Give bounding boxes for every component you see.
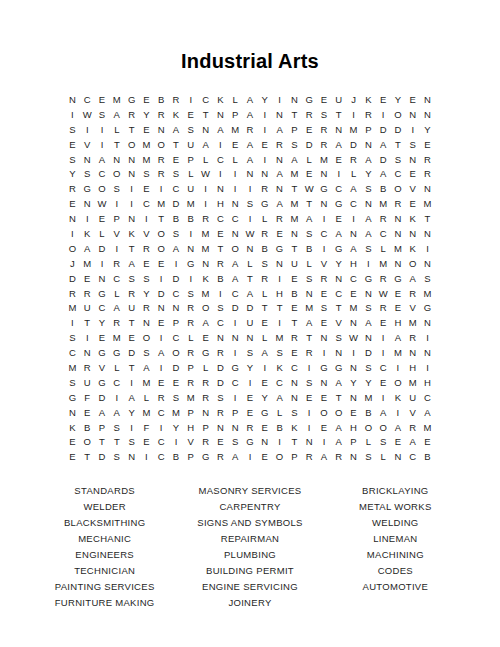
- grid-cell[interactable]: H: [391, 315, 406, 330]
- grid-cell[interactable]: R: [243, 420, 258, 435]
- grid-cell[interactable]: R: [183, 315, 198, 330]
- grid-cell[interactable]: P: [287, 122, 302, 137]
- grid-cell[interactable]: N: [272, 256, 287, 271]
- grid-cell[interactable]: L: [361, 434, 376, 449]
- grid-cell[interactable]: I: [65, 226, 80, 241]
- grid-cell[interactable]: V: [183, 434, 198, 449]
- grid-cell[interactable]: H: [213, 196, 228, 211]
- grid-cell[interactable]: A: [331, 434, 346, 449]
- grid-cell[interactable]: A: [213, 122, 228, 137]
- grid-cell[interactable]: R: [376, 211, 391, 226]
- grid-cell[interactable]: N: [420, 226, 435, 241]
- grid-cell[interactable]: S: [109, 449, 124, 464]
- grid-cell[interactable]: M: [376, 196, 391, 211]
- grid-cell[interactable]: N: [420, 345, 435, 360]
- grid-cell[interactable]: A: [376, 137, 391, 152]
- grid-cell[interactable]: R: [317, 122, 332, 137]
- grid-cell[interactable]: M: [169, 405, 184, 420]
- grid-cell[interactable]: R: [169, 92, 184, 107]
- grid-cell[interactable]: N: [331, 271, 346, 286]
- grid-cell[interactable]: Y: [124, 405, 139, 420]
- grid-cell[interactable]: A: [109, 405, 124, 420]
- grid-cell[interactable]: A: [272, 122, 287, 137]
- grid-cell[interactable]: L: [228, 92, 243, 107]
- grid-cell[interactable]: N: [317, 196, 332, 211]
- grid-cell[interactable]: K: [169, 107, 184, 122]
- grid-cell[interactable]: B: [420, 449, 435, 464]
- grid-cell[interactable]: E: [80, 271, 95, 286]
- grid-cell[interactable]: N: [346, 315, 361, 330]
- grid-cell[interactable]: I: [154, 271, 169, 286]
- grid-cell[interactable]: I: [243, 375, 258, 390]
- grid-cell[interactable]: K: [405, 241, 420, 256]
- grid-cell[interactable]: N: [361, 137, 376, 152]
- grid-cell[interactable]: A: [198, 137, 213, 152]
- grid-cell[interactable]: K: [198, 271, 213, 286]
- grid-cell[interactable]: N: [154, 122, 169, 137]
- grid-cell[interactable]: O: [124, 137, 139, 152]
- grid-cell[interactable]: A: [80, 241, 95, 256]
- grid-cell[interactable]: R: [272, 137, 287, 152]
- grid-cell[interactable]: E: [183, 107, 198, 122]
- grid-cell[interactable]: D: [169, 360, 184, 375]
- grid-cell[interactable]: T: [109, 137, 124, 152]
- grid-cell[interactable]: S: [331, 330, 346, 345]
- grid-cell[interactable]: T: [124, 360, 139, 375]
- grid-cell[interactable]: S: [169, 390, 184, 405]
- grid-cell[interactable]: C: [213, 152, 228, 167]
- grid-cell[interactable]: A: [243, 286, 258, 301]
- grid-cell[interactable]: S: [124, 434, 139, 449]
- grid-cell[interactable]: L: [257, 286, 272, 301]
- grid-cell[interactable]: A: [391, 330, 406, 345]
- grid-cell[interactable]: P: [183, 360, 198, 375]
- grid-cell[interactable]: I: [228, 166, 243, 181]
- grid-cell[interactable]: L: [198, 152, 213, 167]
- grid-cell[interactable]: G: [272, 241, 287, 256]
- grid-cell[interactable]: L: [243, 256, 258, 271]
- grid-cell[interactable]: D: [213, 375, 228, 390]
- grid-cell[interactable]: M: [183, 196, 198, 211]
- grid-cell[interactable]: C: [405, 449, 420, 464]
- grid-cell[interactable]: E: [287, 300, 302, 315]
- grid-cell[interactable]: I: [124, 196, 139, 211]
- grid-cell[interactable]: A: [109, 107, 124, 122]
- grid-cell[interactable]: E: [302, 390, 317, 405]
- grid-cell[interactable]: D: [169, 196, 184, 211]
- grid-cell[interactable]: R: [405, 286, 420, 301]
- grid-cell[interactable]: Y: [139, 107, 154, 122]
- grid-cell[interactable]: M: [420, 286, 435, 301]
- grid-cell[interactable]: C: [154, 449, 169, 464]
- grid-cell[interactable]: M: [80, 256, 95, 271]
- grid-cell[interactable]: S: [228, 434, 243, 449]
- grid-cell[interactable]: E: [302, 166, 317, 181]
- grid-cell[interactable]: Y: [257, 92, 272, 107]
- grid-cell[interactable]: N: [65, 92, 80, 107]
- grid-cell[interactable]: O: [154, 241, 169, 256]
- grid-cell[interactable]: R: [65, 181, 80, 196]
- grid-cell[interactable]: U: [331, 92, 346, 107]
- grid-cell[interactable]: O: [154, 226, 169, 241]
- grid-cell[interactable]: R: [376, 300, 391, 315]
- grid-cell[interactable]: M: [198, 241, 213, 256]
- grid-cell[interactable]: I: [198, 196, 213, 211]
- grid-cell[interactable]: L: [376, 241, 391, 256]
- grid-cell[interactable]: A: [228, 449, 243, 464]
- grid-cell[interactable]: P: [183, 405, 198, 420]
- grid-cell[interactable]: N: [331, 122, 346, 137]
- grid-cell[interactable]: B: [213, 271, 228, 286]
- grid-cell[interactable]: I: [420, 360, 435, 375]
- grid-cell[interactable]: G: [257, 196, 272, 211]
- grid-cell[interactable]: O: [65, 241, 80, 256]
- grid-cell[interactable]: I: [376, 330, 391, 345]
- grid-cell[interactable]: E: [169, 152, 184, 167]
- grid-cell[interactable]: N: [420, 181, 435, 196]
- grid-cell[interactable]: I: [154, 360, 169, 375]
- grid-cell[interactable]: E: [376, 375, 391, 390]
- grid-cell[interactable]: C: [346, 271, 361, 286]
- grid-cell[interactable]: L: [228, 152, 243, 167]
- grid-cell[interactable]: R: [405, 420, 420, 435]
- grid-cell[interactable]: I: [124, 375, 139, 390]
- grid-cell[interactable]: M: [183, 390, 198, 405]
- grid-cell[interactable]: V: [405, 181, 420, 196]
- grid-cell[interactable]: N: [287, 226, 302, 241]
- grid-cell[interactable]: A: [272, 166, 287, 181]
- grid-cell[interactable]: N: [257, 166, 272, 181]
- grid-cell[interactable]: L: [376, 449, 391, 464]
- grid-cell[interactable]: E: [228, 137, 243, 152]
- grid-cell[interactable]: M: [346, 300, 361, 315]
- grid-cell[interactable]: Y: [139, 286, 154, 301]
- grid-cell[interactable]: R: [109, 315, 124, 330]
- grid-cell[interactable]: I: [257, 152, 272, 167]
- grid-cell[interactable]: Y: [391, 92, 406, 107]
- grid-cell[interactable]: K: [391, 390, 406, 405]
- grid-cell[interactable]: C: [287, 360, 302, 375]
- grid-cell[interactable]: T: [169, 137, 184, 152]
- grid-cell[interactable]: T: [95, 434, 110, 449]
- grid-cell[interactable]: M: [65, 300, 80, 315]
- grid-cell[interactable]: D: [361, 345, 376, 360]
- grid-cell[interactable]: G: [331, 196, 346, 211]
- grid-cell[interactable]: G: [198, 449, 213, 464]
- grid-cell[interactable]: M: [139, 375, 154, 390]
- grid-cell[interactable]: R: [257, 226, 272, 241]
- grid-cell[interactable]: S: [361, 449, 376, 464]
- grid-cell[interactable]: D: [154, 286, 169, 301]
- grid-cell[interactable]: I: [405, 122, 420, 137]
- grid-cell[interactable]: R: [198, 375, 213, 390]
- grid-cell[interactable]: I: [346, 211, 361, 226]
- grid-cell[interactable]: P: [109, 211, 124, 226]
- grid-cell[interactable]: M: [287, 196, 302, 211]
- grid-cell[interactable]: R: [213, 345, 228, 360]
- grid-cell[interactable]: M: [139, 405, 154, 420]
- grid-cell[interactable]: Y: [346, 375, 361, 390]
- grid-cell[interactable]: R: [124, 286, 139, 301]
- grid-cell[interactable]: C: [346, 196, 361, 211]
- grid-cell[interactable]: N: [124, 211, 139, 226]
- grid-cell[interactable]: G: [228, 360, 243, 375]
- grid-cell[interactable]: N: [302, 286, 317, 301]
- grid-cell[interactable]: C: [169, 181, 184, 196]
- grid-cell[interactable]: V: [405, 300, 420, 315]
- grid-cell[interactable]: I: [391, 360, 406, 375]
- grid-cell[interactable]: W: [302, 181, 317, 196]
- grid-cell[interactable]: A: [405, 434, 420, 449]
- grid-cell[interactable]: U: [80, 375, 95, 390]
- grid-cell[interactable]: G: [109, 345, 124, 360]
- grid-cell[interactable]: G: [95, 286, 110, 301]
- grid-cell[interactable]: P: [287, 449, 302, 464]
- grid-cell[interactable]: W: [346, 330, 361, 345]
- grid-cell[interactable]: G: [183, 256, 198, 271]
- grid-cell[interactable]: C: [95, 300, 110, 315]
- grid-cell[interactable]: E: [139, 92, 154, 107]
- grid-cell[interactable]: A: [95, 152, 110, 167]
- grid-cell[interactable]: I: [243, 181, 258, 196]
- grid-cell[interactable]: R: [317, 271, 332, 286]
- grid-cell[interactable]: V: [109, 226, 124, 241]
- grid-cell[interactable]: I: [420, 330, 435, 345]
- grid-cell[interactable]: B: [257, 241, 272, 256]
- grid-cell[interactable]: N: [391, 449, 406, 464]
- grid-cell[interactable]: C: [420, 390, 435, 405]
- grid-cell[interactable]: S: [243, 196, 258, 211]
- grid-cell[interactable]: S: [65, 375, 80, 390]
- grid-cell[interactable]: K: [272, 360, 287, 375]
- grid-cell[interactable]: N: [346, 390, 361, 405]
- grid-cell[interactable]: T: [124, 122, 139, 137]
- grid-cell[interactable]: N: [154, 300, 169, 315]
- grid-cell[interactable]: O: [376, 420, 391, 435]
- grid-cell[interactable]: S: [317, 300, 332, 315]
- grid-cell[interactable]: R: [80, 286, 95, 301]
- grid-cell[interactable]: I: [376, 107, 391, 122]
- grid-cell[interactable]: A: [331, 226, 346, 241]
- grid-cell[interactable]: E: [243, 405, 258, 420]
- grid-cell[interactable]: T: [198, 107, 213, 122]
- grid-cell[interactable]: I: [139, 449, 154, 464]
- grid-cell[interactable]: S: [272, 345, 287, 360]
- grid-cell[interactable]: A: [272, 196, 287, 211]
- grid-cell[interactable]: M: [287, 166, 302, 181]
- grid-cell[interactable]: E: [346, 405, 361, 420]
- grid-cell[interactable]: U: [183, 137, 198, 152]
- grid-cell[interactable]: R: [302, 107, 317, 122]
- grid-cell[interactable]: Y: [361, 166, 376, 181]
- grid-cell[interactable]: A: [198, 315, 213, 330]
- grid-cell[interactable]: R: [302, 449, 317, 464]
- grid-cell[interactable]: L: [95, 226, 110, 241]
- grid-cell[interactable]: T: [331, 390, 346, 405]
- grid-cell[interactable]: S: [361, 300, 376, 315]
- grid-cell[interactable]: H: [272, 286, 287, 301]
- grid-cell[interactable]: M: [139, 137, 154, 152]
- grid-cell[interactable]: M: [302, 300, 317, 315]
- grid-cell[interactable]: S: [361, 241, 376, 256]
- grid-cell[interactable]: S: [183, 286, 198, 301]
- grid-cell[interactable]: N: [198, 256, 213, 271]
- grid-cell[interactable]: T: [302, 330, 317, 345]
- grid-cell[interactable]: A: [243, 92, 258, 107]
- grid-cell[interactable]: C: [213, 211, 228, 226]
- grid-cell[interactable]: N: [391, 211, 406, 226]
- grid-cell[interactable]: D: [169, 271, 184, 286]
- grid-cell[interactable]: E: [317, 92, 332, 107]
- grid-cell[interactable]: O: [317, 405, 332, 420]
- grid-cell[interactable]: N: [213, 330, 228, 345]
- grid-cell[interactable]: O: [154, 137, 169, 152]
- grid-cell[interactable]: S: [213, 300, 228, 315]
- grid-cell[interactable]: R: [109, 256, 124, 271]
- grid-cell[interactable]: R: [346, 152, 361, 167]
- grid-cell[interactable]: N: [243, 241, 258, 256]
- grid-cell[interactable]: N: [228, 420, 243, 435]
- grid-cell[interactable]: S: [109, 181, 124, 196]
- grid-cell[interactable]: W: [95, 196, 110, 211]
- grid-cell[interactable]: I: [109, 241, 124, 256]
- grid-cell[interactable]: S: [302, 271, 317, 286]
- grid-cell[interactable]: N: [213, 107, 228, 122]
- grid-cell[interactable]: N: [80, 152, 95, 167]
- grid-cell[interactable]: R: [139, 241, 154, 256]
- grid-cell[interactable]: R: [198, 434, 213, 449]
- grid-cell[interactable]: S: [65, 122, 80, 137]
- grid-cell[interactable]: O: [391, 181, 406, 196]
- grid-cell[interactable]: N: [420, 256, 435, 271]
- grid-cell[interactable]: I: [109, 196, 124, 211]
- grid-cell[interactable]: K: [213, 92, 228, 107]
- grid-cell[interactable]: T: [124, 315, 139, 330]
- grid-cell[interactable]: B: [272, 420, 287, 435]
- grid-cell[interactable]: E: [95, 211, 110, 226]
- grid-cell[interactable]: E: [420, 434, 435, 449]
- grid-cell[interactable]: M: [391, 345, 406, 360]
- grid-cell[interactable]: E: [376, 315, 391, 330]
- grid-cell[interactable]: D: [346, 137, 361, 152]
- grid-cell[interactable]: N: [243, 166, 258, 181]
- grid-cell[interactable]: I: [272, 271, 287, 286]
- grid-cell[interactable]: I: [361, 256, 376, 271]
- grid-cell[interactable]: N: [361, 330, 376, 345]
- grid-cell[interactable]: T: [287, 181, 302, 196]
- grid-cell[interactable]: C: [169, 330, 184, 345]
- grid-cell[interactable]: E: [139, 181, 154, 196]
- grid-cell[interactable]: F: [80, 390, 95, 405]
- grid-cell[interactable]: R: [331, 449, 346, 464]
- grid-cell[interactable]: M: [154, 196, 169, 211]
- grid-cell[interactable]: B: [169, 211, 184, 226]
- grid-cell[interactable]: S: [405, 137, 420, 152]
- grid-cell[interactable]: I: [257, 107, 272, 122]
- grid-cell[interactable]: D: [376, 152, 391, 167]
- grid-cell[interactable]: E: [272, 226, 287, 241]
- grid-cell[interactable]: N: [198, 405, 213, 420]
- grid-cell[interactable]: M: [198, 226, 213, 241]
- grid-cell[interactable]: N: [65, 405, 80, 420]
- grid-cell[interactable]: Y: [243, 360, 258, 375]
- grid-cell[interactable]: R: [257, 181, 272, 196]
- grid-cell[interactable]: I: [272, 92, 287, 107]
- grid-cell[interactable]: T: [124, 241, 139, 256]
- grid-cell[interactable]: I: [124, 181, 139, 196]
- grid-cell[interactable]: R: [272, 211, 287, 226]
- grid-cell[interactable]: M: [272, 330, 287, 345]
- grid-cell[interactable]: U: [183, 181, 198, 196]
- grid-cell[interactable]: N: [287, 390, 302, 405]
- grid-cell[interactable]: I: [317, 211, 332, 226]
- grid-cell[interactable]: N: [109, 152, 124, 167]
- grid-cell[interactable]: O: [95, 181, 110, 196]
- grid-cell[interactable]: E: [391, 286, 406, 301]
- grid-cell[interactable]: E: [391, 434, 406, 449]
- grid-cell[interactable]: C: [331, 181, 346, 196]
- grid-cell[interactable]: M: [420, 196, 435, 211]
- grid-cell[interactable]: I: [198, 181, 213, 196]
- grid-cell[interactable]: I: [302, 405, 317, 420]
- grid-cell[interactable]: R: [420, 152, 435, 167]
- grid-cell[interactable]: I: [228, 390, 243, 405]
- grid-cell[interactable]: A: [257, 345, 272, 360]
- grid-cell[interactable]: N: [287, 92, 302, 107]
- grid-cell[interactable]: N: [213, 181, 228, 196]
- grid-cell[interactable]: N: [361, 196, 376, 211]
- grid-cell[interactable]: T: [302, 196, 317, 211]
- grid-cell[interactable]: I: [228, 345, 243, 360]
- grid-cell[interactable]: G: [361, 271, 376, 286]
- grid-cell[interactable]: E: [154, 315, 169, 330]
- grid-cell[interactable]: R: [302, 345, 317, 360]
- grid-cell[interactable]: N: [198, 122, 213, 137]
- grid-cell[interactable]: W: [376, 286, 391, 301]
- grid-cell[interactable]: S: [65, 330, 80, 345]
- grid-cell[interactable]: E: [169, 375, 184, 390]
- grid-cell[interactable]: I: [346, 107, 361, 122]
- grid-cell[interactable]: G: [317, 181, 332, 196]
- grid-cell[interactable]: E: [154, 375, 169, 390]
- grid-cell[interactable]: G: [65, 390, 80, 405]
- grid-cell[interactable]: S: [302, 226, 317, 241]
- grid-cell[interactable]: N: [391, 256, 406, 271]
- grid-cell[interactable]: K: [287, 420, 302, 435]
- grid-cell[interactable]: C: [228, 211, 243, 226]
- grid-cell[interactable]: C: [376, 226, 391, 241]
- grid-cell[interactable]: C: [213, 315, 228, 330]
- grid-cell[interactable]: M: [361, 390, 376, 405]
- grid-cell[interactable]: A: [243, 107, 258, 122]
- grid-cell[interactable]: M: [109, 92, 124, 107]
- grid-cell[interactable]: A: [302, 211, 317, 226]
- grid-cell[interactable]: R: [287, 330, 302, 345]
- grid-cell[interactable]: B: [361, 405, 376, 420]
- grid-cell[interactable]: C: [272, 375, 287, 390]
- grid-cell[interactable]: I: [257, 122, 272, 137]
- grid-cell[interactable]: N: [302, 434, 317, 449]
- grid-cell[interactable]: N: [420, 315, 435, 330]
- grid-cell[interactable]: A: [169, 241, 184, 256]
- grid-cell[interactable]: N: [139, 315, 154, 330]
- grid-cell[interactable]: H: [346, 420, 361, 435]
- grid-cell[interactable]: E: [139, 256, 154, 271]
- grid-cell[interactable]: E: [213, 434, 228, 449]
- grid-cell[interactable]: C: [139, 196, 154, 211]
- grid-cell[interactable]: M: [346, 122, 361, 137]
- grid-cell[interactable]: E: [331, 152, 346, 167]
